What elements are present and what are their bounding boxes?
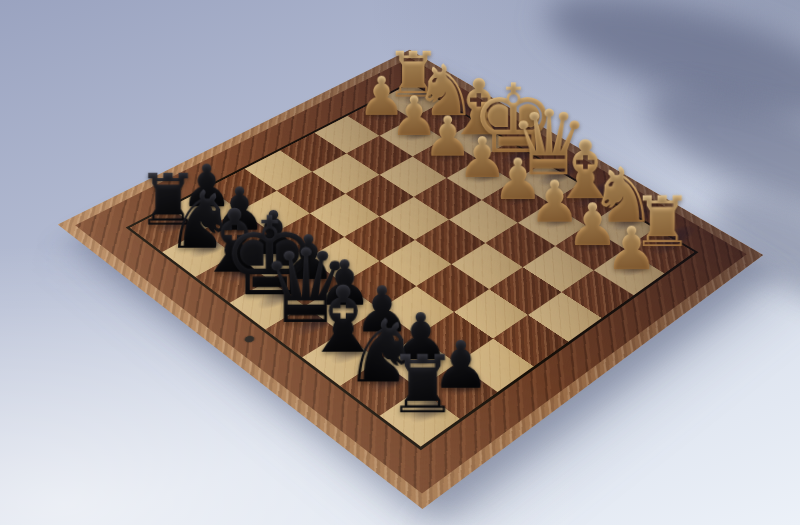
square-d3[interactable] bbox=[449, 200, 518, 243]
scene: ♜♟♟♜♞♟♟♞♝♟♟♝♚♟♟♚♛♟♟♛♝♟♟♝♞♟♟♞♜♟♟♜ bbox=[0, 0, 800, 525]
square-a8[interactable]: ♜ bbox=[380, 389, 460, 447]
square-a2[interactable]: ♟ bbox=[594, 249, 665, 295]
square-a3[interactable] bbox=[562, 270, 634, 318]
white-pawn-icon: ♟ bbox=[605, 219, 658, 279]
black-rook-icon: ♜ bbox=[387, 345, 458, 425]
